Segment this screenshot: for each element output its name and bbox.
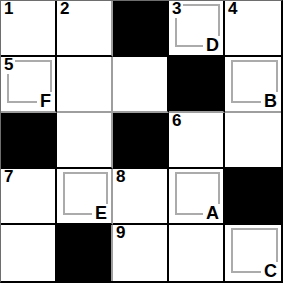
marker-letter: C xyxy=(261,262,278,279)
cell-r4c0[interactable] xyxy=(1,225,57,281)
cell-r3c3[interactable]: A xyxy=(169,169,225,225)
clue-number: 4 xyxy=(227,1,239,18)
clue-number: 5 xyxy=(3,57,15,74)
cell-r2c3[interactable]: 6 xyxy=(169,113,225,169)
clue-number: 2 xyxy=(59,1,71,18)
cell-r4c2[interactable]: 9 xyxy=(113,225,169,281)
cell-r2c2-block xyxy=(113,113,169,169)
cell-r0c2-block xyxy=(113,1,169,57)
cell-r2c0-block xyxy=(1,113,57,169)
cell-r1c1[interactable] xyxy=(57,57,113,113)
cell-r2c4[interactable] xyxy=(225,113,281,169)
cell-r1c3-block xyxy=(169,57,225,113)
cell-r0c1[interactable]: 2 xyxy=(57,1,113,57)
clue-number: 9 xyxy=(115,225,127,242)
clue-number: 8 xyxy=(115,169,127,186)
cell-r4c3[interactable] xyxy=(169,225,225,281)
marker-letter: D xyxy=(203,36,220,53)
clue-number: 1 xyxy=(3,1,15,18)
clue-number: 3 xyxy=(171,1,183,18)
crossword-board: 123D45FB67E8A9C xyxy=(0,0,283,283)
marker-letter: E xyxy=(92,204,108,221)
cell-r1c0[interactable]: 5F xyxy=(1,57,57,113)
cell-r3c2[interactable]: 8 xyxy=(113,169,169,225)
cell-r1c2[interactable] xyxy=(113,57,169,113)
cell-r1c4[interactable]: B xyxy=(225,57,281,113)
clue-number: 7 xyxy=(3,169,15,186)
cell-r0c3[interactable]: 3D xyxy=(169,1,225,57)
cell-r4c1-block xyxy=(57,225,113,281)
marker-letter: A xyxy=(203,204,220,221)
cell-r4c4[interactable]: C xyxy=(225,225,281,281)
cell-r3c4-block xyxy=(225,169,281,225)
cell-r0c0[interactable]: 1 xyxy=(1,1,57,57)
cell-r2c1[interactable] xyxy=(57,113,113,169)
cell-r3c1[interactable]: E xyxy=(57,169,113,225)
cell-r3c0[interactable]: 7 xyxy=(1,169,57,225)
cell-r0c4[interactable]: 4 xyxy=(225,1,281,57)
marker-letter: F xyxy=(37,92,52,109)
marker-letter: B xyxy=(261,92,278,109)
clue-number: 6 xyxy=(171,113,183,130)
